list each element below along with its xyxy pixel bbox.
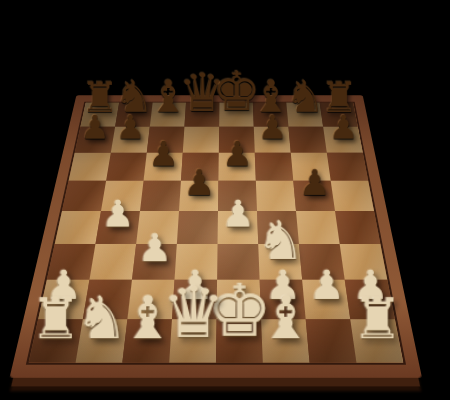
black-pawn-e6[interactable]: ♟	[222, 138, 253, 170]
square-c5[interactable]	[140, 181, 181, 211]
square-h4[interactable]	[335, 211, 380, 244]
chess-scene: ♜♞♝♛♚♝♞♜♟♟♟♟♟♟♟♟♟♟♟♞♟♟♟♟♟♜♞♝♛♚♝♜	[0, 0, 450, 400]
square-c1[interactable]: ♝	[122, 319, 172, 362]
black-pawn-g5[interactable]: ♟	[298, 166, 330, 200]
black-pawn-a7[interactable]: ♟	[80, 112, 109, 143]
white-rook-h1[interactable]: ♜	[352, 293, 403, 347]
square-d1[interactable]: ♛	[169, 319, 216, 362]
chess-board: ♜♞♝♛♚♝♞♜♟♟♟♟♟♟♟♟♟♟♟♞♟♟♟♟♟♜♞♝♛♚♝♜	[10, 95, 423, 378]
square-g7[interactable]	[288, 127, 326, 153]
square-e6[interactable]: ♟	[218, 153, 255, 181]
square-f7[interactable]: ♟	[254, 127, 291, 153]
square-d4[interactable]	[177, 211, 218, 244]
square-f1[interactable]: ♝	[261, 319, 309, 362]
black-knight-g8[interactable]: ♞	[285, 76, 324, 118]
square-a5[interactable]	[62, 181, 106, 211]
square-d7[interactable]	[183, 127, 219, 153]
square-d5[interactable]: ♟	[179, 181, 218, 211]
square-d8[interactable]: ♛	[184, 103, 219, 127]
square-a7[interactable]: ♟	[75, 127, 115, 153]
board-perspective-wrapper: ♜♞♝♛♚♝♞♜♟♟♟♟♟♟♟♟♟♟♟♞♟♟♟♟♟♜♞♝♛♚♝♜	[49, 42, 387, 380]
white-pawn-b4[interactable]: ♟	[101, 197, 134, 232]
square-b6[interactable]	[106, 153, 147, 181]
square-a4[interactable]	[55, 211, 101, 244]
white-knight-b1[interactable]: ♞	[75, 290, 128, 346]
white-rook-a1[interactable]: ♜	[30, 293, 81, 347]
square-b1[interactable]: ♞	[76, 319, 128, 362]
square-g5[interactable]: ♟	[293, 181, 335, 211]
square-h1[interactable]: ♜	[350, 319, 403, 362]
white-knight-f3[interactable]: ♞	[256, 216, 304, 267]
black-pawn-c6[interactable]: ♟	[148, 138, 179, 170]
square-g8[interactable]: ♞	[286, 103, 323, 127]
white-pawn-g2[interactable]: ♟	[308, 266, 344, 304]
black-pawn-h7[interactable]: ♟	[328, 112, 357, 143]
chess-board-grid: ♜♞♝♛♚♝♞♜♟♟♟♟♟♟♟♟♟♟♟♞♟♟♟♟♟♜♞♝♛♚♝♜	[29, 103, 403, 363]
white-pawn-e4[interactable]: ♟	[221, 197, 254, 232]
black-pawn-f7[interactable]: ♟	[257, 112, 286, 143]
black-pawn-b7[interactable]: ♟	[115, 112, 144, 143]
white-bishop-c1[interactable]: ♝	[121, 290, 174, 346]
square-h5[interactable]	[331, 181, 374, 211]
square-b3[interactable]	[89, 244, 136, 280]
square-h6[interactable]	[327, 153, 368, 181]
white-bishop-f1[interactable]: ♝	[259, 290, 312, 346]
square-b4[interactable]: ♟	[95, 211, 140, 244]
white-pawn-c3[interactable]: ♟	[137, 230, 172, 267]
square-f5[interactable]	[256, 181, 296, 211]
square-h7[interactable]: ♟	[323, 127, 363, 153]
black-bishop-c8[interactable]: ♝	[148, 76, 187, 118]
square-c6[interactable]: ♟	[144, 153, 183, 181]
square-f6[interactable]	[255, 153, 294, 181]
square-e4[interactable]: ♟	[218, 211, 259, 244]
square-g1[interactable]	[306, 319, 357, 362]
square-b7[interactable]: ♟	[111, 127, 150, 153]
square-a6[interactable]	[69, 153, 111, 181]
square-c8[interactable]: ♝	[150, 103, 186, 127]
black-pawn-d5[interactable]: ♟	[183, 166, 215, 200]
